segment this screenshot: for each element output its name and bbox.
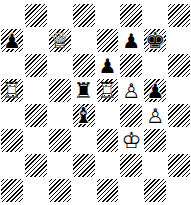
square-h2[interactable] xyxy=(167,153,191,178)
square-d6[interactable] xyxy=(72,53,96,78)
square-h4[interactable] xyxy=(167,103,191,128)
square-h3[interactable] xyxy=(167,128,191,153)
white-queen-glyph: ♕ xyxy=(50,30,70,52)
piece-white-rook[interactable]: ♜♖ xyxy=(0,78,24,103)
square-d1[interactable] xyxy=(72,178,96,203)
black-bishop-glyph: ♝ xyxy=(74,105,94,127)
square-g1[interactable] xyxy=(143,178,167,203)
square-g6[interactable] xyxy=(143,53,167,78)
square-g4[interactable]: ♟♙ xyxy=(143,103,167,128)
square-c2[interactable] xyxy=(48,153,72,178)
square-g2[interactable] xyxy=(143,153,167,178)
black-pawn-glyph: ♟ xyxy=(98,56,116,76)
square-a3[interactable] xyxy=(0,128,24,153)
square-e8[interactable] xyxy=(96,3,120,28)
square-e2[interactable] xyxy=(96,153,120,178)
white-rook-glyph: ♖ xyxy=(2,80,22,102)
white-rook-glyph: ♖ xyxy=(98,80,118,102)
square-e4[interactable] xyxy=(96,103,120,128)
piece-black-pawn[interactable]: ♟ xyxy=(0,28,24,53)
piece-white-rook[interactable]: ♜♖ xyxy=(96,78,120,103)
square-c5[interactable] xyxy=(48,78,72,103)
square-f3[interactable]: ♚♔ xyxy=(119,128,143,153)
piece-white-pawn[interactable]: ♟♙ xyxy=(119,78,143,103)
square-f8[interactable] xyxy=(119,3,143,28)
square-c3[interactable] xyxy=(48,128,72,153)
square-a1[interactable] xyxy=(0,178,24,203)
square-a5[interactable]: ♜♖ xyxy=(0,78,24,103)
square-f1[interactable] xyxy=(119,178,143,203)
square-c8[interactable] xyxy=(48,3,72,28)
square-h5[interactable] xyxy=(167,78,191,103)
square-b6[interactable] xyxy=(24,53,48,78)
black-king-glyph: ♚ xyxy=(145,30,165,52)
square-h8[interactable] xyxy=(167,3,191,28)
square-a4[interactable] xyxy=(0,103,24,128)
square-a2[interactable] xyxy=(0,153,24,178)
square-b7[interactable] xyxy=(24,28,48,53)
square-e7[interactable] xyxy=(96,28,120,53)
square-a8[interactable] xyxy=(0,3,24,28)
square-d5[interactable]: ♜ xyxy=(72,78,96,103)
piece-black-bishop[interactable]: ♝ xyxy=(72,103,96,128)
square-d3[interactable] xyxy=(72,128,96,153)
square-b3[interactable] xyxy=(24,128,48,153)
square-c1[interactable] xyxy=(48,178,72,203)
square-d7[interactable] xyxy=(72,28,96,53)
square-b4[interactable] xyxy=(24,103,48,128)
square-b1[interactable] xyxy=(24,178,48,203)
square-g5[interactable]: ♟ xyxy=(143,78,167,103)
square-h7[interactable] xyxy=(167,28,191,53)
square-b5[interactable] xyxy=(24,78,48,103)
square-e5[interactable]: ♜♖ xyxy=(96,78,120,103)
square-e3[interactable] xyxy=(96,128,120,153)
white-pawn-glyph: ♙ xyxy=(146,106,164,126)
black-rook-glyph: ♜ xyxy=(74,80,94,102)
black-pawn-glyph: ♟ xyxy=(122,31,140,51)
black-pawn-glyph: ♟ xyxy=(146,81,164,101)
piece-black-pawn[interactable]: ♟ xyxy=(96,53,120,78)
square-d2[interactable] xyxy=(72,153,96,178)
square-c7[interactable]: ♛♕ xyxy=(48,28,72,53)
square-f5[interactable]: ♟♙ xyxy=(119,78,143,103)
square-g8[interactable] xyxy=(143,3,167,28)
square-f2[interactable] xyxy=(119,153,143,178)
square-h1[interactable] xyxy=(167,178,191,203)
white-pawn-glyph: ♙ xyxy=(122,81,140,101)
chess-board: ♟♛♕♟♚♟♜♖♜♜♖♟♙♟♝♟♙♚♔ xyxy=(0,3,191,203)
piece-black-king[interactable]: ♚ xyxy=(143,28,167,53)
square-f4[interactable] xyxy=(119,103,143,128)
piece-white-queen[interactable]: ♛♕ xyxy=(48,28,72,53)
square-c4[interactable] xyxy=(48,103,72,128)
square-d8[interactable] xyxy=(72,3,96,28)
square-f6[interactable] xyxy=(119,53,143,78)
square-g3[interactable] xyxy=(143,128,167,153)
square-g7[interactable]: ♚ xyxy=(143,28,167,53)
square-b8[interactable] xyxy=(24,3,48,28)
piece-white-king[interactable]: ♚♔ xyxy=(119,128,143,153)
white-king-glyph: ♔ xyxy=(121,130,141,152)
square-a6[interactable] xyxy=(0,53,24,78)
square-a7[interactable]: ♟ xyxy=(0,28,24,53)
piece-black-rook[interactable]: ♜ xyxy=(72,78,96,103)
square-c6[interactable] xyxy=(48,53,72,78)
piece-black-pawn[interactable]: ♟ xyxy=(119,28,143,53)
square-e1[interactable] xyxy=(96,178,120,203)
square-d4[interactable]: ♝ xyxy=(72,103,96,128)
square-b2[interactable] xyxy=(24,153,48,178)
piece-white-pawn[interactable]: ♟♙ xyxy=(143,103,167,128)
square-f7[interactable]: ♟ xyxy=(119,28,143,53)
black-pawn-glyph: ♟ xyxy=(3,31,21,51)
piece-black-pawn[interactable]: ♟ xyxy=(143,78,167,103)
square-h6[interactable] xyxy=(167,53,191,78)
square-e6[interactable]: ♟ xyxy=(96,53,120,78)
